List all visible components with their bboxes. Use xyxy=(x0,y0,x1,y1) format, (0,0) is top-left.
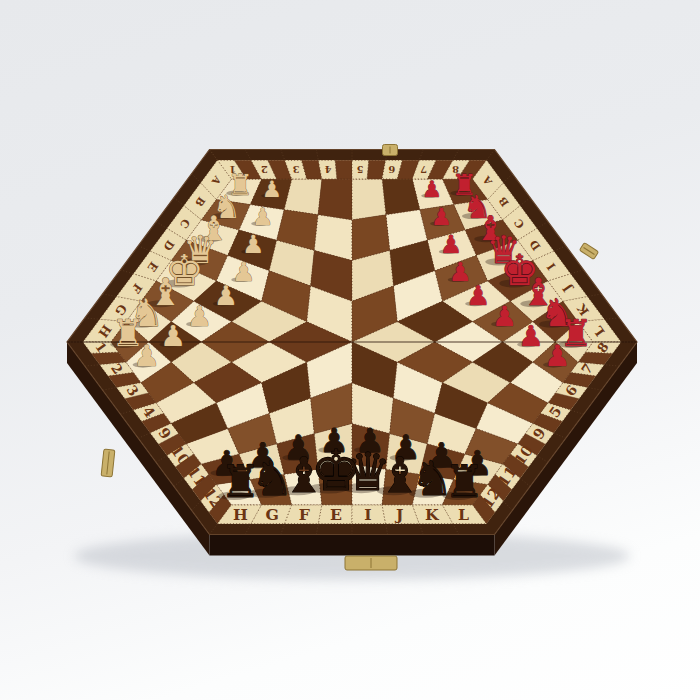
piece-red-pawn-l7[interactable]: ♟ xyxy=(544,339,571,373)
rank-label-2: 2 xyxy=(261,164,268,175)
file-label-J: J xyxy=(394,505,403,524)
piece-red-pawn-b7[interactable]: ♟ xyxy=(431,203,452,231)
piece-red-pawn-k7[interactable]: ♟ xyxy=(518,319,544,353)
left-hinge xyxy=(101,449,115,477)
piece-white-pawn-g2[interactable]: ♟ xyxy=(160,319,186,353)
file-label-F: F xyxy=(299,505,310,524)
right-clasp xyxy=(579,243,598,260)
piece-white-pawn-f2[interactable]: ♟ xyxy=(187,300,212,333)
three-player-chess-board: 12345678ABCDEFGH12349101112HGFEIJKLABCDI… xyxy=(0,0,700,700)
piece-red-pawn-j7[interactable]: ♟ xyxy=(492,300,517,333)
file-label-K: K xyxy=(425,505,440,524)
piece-white-pawn-a2[interactable]: ♟ xyxy=(262,176,282,202)
file-label-G: G xyxy=(266,505,279,524)
file-label-I: I xyxy=(364,505,371,524)
piece-red-pawn-a7[interactable]: ♟ xyxy=(422,176,442,202)
piece-black-rook-h12[interactable]: ♜ xyxy=(220,455,260,508)
rank-label-5: 5 xyxy=(356,164,363,175)
piece-red-pawn-i7[interactable]: ♟ xyxy=(466,280,490,311)
piece-white-pawn-c2[interactable]: ♟ xyxy=(242,230,264,259)
piece-white-pawn-e2[interactable]: ♟ xyxy=(214,280,238,311)
rank-label-6: 6 xyxy=(388,164,395,175)
file-label-E: E xyxy=(330,505,342,524)
piece-red-pawn-c7[interactable]: ♟ xyxy=(440,230,462,259)
piece-white-pawn-h2[interactable]: ♟ xyxy=(134,339,161,373)
bottom-clasp xyxy=(345,556,397,570)
cell-a4[interactable] xyxy=(318,179,352,220)
rank-label-4: 4 xyxy=(325,164,332,175)
band-cell xyxy=(335,160,352,179)
cell-a5[interactable] xyxy=(352,179,386,220)
piece-black-rook-l12[interactable]: ♜ xyxy=(444,455,484,508)
rank-label-3: 3 xyxy=(293,164,300,175)
piece-white-pawn-b2[interactable]: ♟ xyxy=(252,203,273,231)
rank-label-7: 7 xyxy=(420,164,427,175)
box-side xyxy=(210,535,495,556)
top-hinge-pin xyxy=(383,145,398,156)
